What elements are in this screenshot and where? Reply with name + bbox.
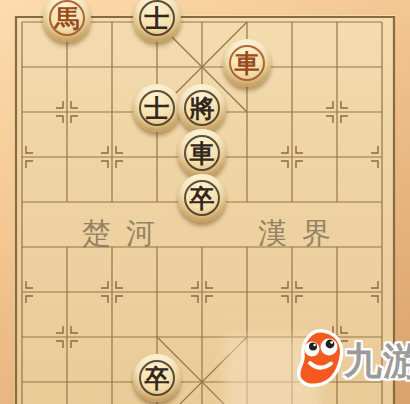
piece-character: 將 [190,96,215,121]
jiuyou-mascot-icon [290,327,352,391]
piece-character: 車 [190,141,215,166]
piece-black-soldier[interactable]: 卒 [178,174,226,222]
piece-black-advisor[interactable]: 士 [133,84,181,132]
xiangqi-screen: 楚河 漢界 馬士車士將車卒卒 九游 [0,0,410,404]
river-label-left: 楚河 [82,216,170,250]
piece-red-chariot[interactable]: 車 [223,39,271,87]
piece-character: 士 [145,6,170,31]
piece-black-chariot[interactable]: 車 [178,129,226,177]
watermark-text: 九游 [344,336,410,387]
piece-black-soldier[interactable]: 卒 [133,354,181,402]
piece-character: 車 [235,51,260,76]
piece-character: 卒 [190,186,215,211]
piece-character: 卒 [145,366,170,391]
piece-black-general[interactable]: 將 [178,84,226,132]
piece-character: 士 [145,96,170,121]
river-label-right: 漢界 [258,216,346,250]
piece-character: 馬 [55,6,80,31]
river: 楚河 漢界 [82,216,346,250]
